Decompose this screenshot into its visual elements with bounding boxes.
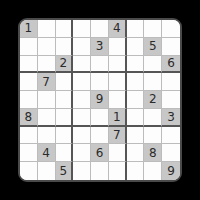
- cell-r5c1[interactable]: [20, 91, 38, 109]
- cell-r1c4[interactable]: [73, 20, 91, 38]
- cell-r1c7[interactable]: [127, 20, 145, 38]
- cell-r4c6[interactable]: [109, 73, 127, 91]
- cell-r3c6[interactable]: [109, 56, 127, 74]
- cell-r2c4[interactable]: [73, 38, 91, 56]
- cell-r9c6[interactable]: [109, 162, 127, 180]
- cell-r4c1[interactable]: [20, 73, 38, 91]
- cell-r9c9[interactable]: 9: [162, 162, 180, 180]
- cell-r8c6[interactable]: [109, 144, 127, 162]
- cell-r4c7[interactable]: [127, 73, 145, 91]
- cell-r8c1[interactable]: [20, 144, 38, 162]
- cell-r7c9[interactable]: [162, 127, 180, 145]
- cell-r9c7[interactable]: [127, 162, 145, 180]
- cell-r8c3[interactable]: [56, 144, 74, 162]
- cell-r5c3[interactable]: [56, 91, 74, 109]
- cell-r7c6[interactable]: 7: [109, 127, 127, 145]
- cell-r3c5[interactable]: [91, 56, 109, 74]
- cell-r7c2[interactable]: [38, 127, 56, 145]
- cell-r9c8[interactable]: [144, 162, 162, 180]
- page-background: 143526792813746859: [0, 0, 200, 200]
- cell-r8c4[interactable]: [73, 144, 91, 162]
- cell-r3c3[interactable]: 2: [56, 56, 74, 74]
- cell-r3c9[interactable]: 6: [162, 56, 180, 74]
- cell-r7c7[interactable]: [127, 127, 145, 145]
- cell-r6c5[interactable]: [91, 109, 109, 127]
- cell-r8c5[interactable]: 6: [91, 144, 109, 162]
- cell-r6c6[interactable]: 1: [109, 109, 127, 127]
- cell-r8c8[interactable]: 8: [144, 144, 162, 162]
- cell-r5c2[interactable]: [38, 91, 56, 109]
- cell-r2c8[interactable]: 5: [144, 38, 162, 56]
- cell-r6c1[interactable]: 8: [20, 109, 38, 127]
- cell-r7c5[interactable]: [91, 127, 109, 145]
- cell-r6c2[interactable]: [38, 109, 56, 127]
- sudoku-board: 143526792813746859: [18, 18, 182, 182]
- cell-r7c1[interactable]: [20, 127, 38, 145]
- cell-r2c3[interactable]: [56, 38, 74, 56]
- cell-r5c4[interactable]: [73, 91, 91, 109]
- cell-r3c4[interactable]: [73, 56, 91, 74]
- cell-r1c6[interactable]: 4: [109, 20, 127, 38]
- cell-r1c8[interactable]: [144, 20, 162, 38]
- cell-r4c2[interactable]: 7: [38, 73, 56, 91]
- cell-r6c8[interactable]: [144, 109, 162, 127]
- cell-r6c3[interactable]: [56, 109, 74, 127]
- cell-r1c1[interactable]: 1: [20, 20, 38, 38]
- cell-r1c2[interactable]: [38, 20, 56, 38]
- cell-r3c7[interactable]: [127, 56, 145, 74]
- cell-r9c1[interactable]: [20, 162, 38, 180]
- cell-r3c8[interactable]: [144, 56, 162, 74]
- cell-r8c2[interactable]: 4: [38, 144, 56, 162]
- cell-r6c7[interactable]: [127, 109, 145, 127]
- cell-r2c7[interactable]: [127, 38, 145, 56]
- cell-r7c8[interactable]: [144, 127, 162, 145]
- cell-r5c7[interactable]: [127, 91, 145, 109]
- cell-r5c9[interactable]: [162, 91, 180, 109]
- cell-r2c2[interactable]: [38, 38, 56, 56]
- cell-r7c4[interactable]: [73, 127, 91, 145]
- cell-r2c5[interactable]: 3: [91, 38, 109, 56]
- cell-r9c3[interactable]: 5: [56, 162, 74, 180]
- cell-r7c3[interactable]: [56, 127, 74, 145]
- cell-r2c9[interactable]: [162, 38, 180, 56]
- cell-r1c9[interactable]: [162, 20, 180, 38]
- cell-r2c6[interactable]: [109, 38, 127, 56]
- cell-r5c6[interactable]: [109, 91, 127, 109]
- cell-r3c2[interactable]: [38, 56, 56, 74]
- cell-r4c8[interactable]: [144, 73, 162, 91]
- cell-r1c3[interactable]: [56, 20, 74, 38]
- cell-r4c4[interactable]: [73, 73, 91, 91]
- cell-r8c9[interactable]: [162, 144, 180, 162]
- cell-r5c8[interactable]: 2: [144, 91, 162, 109]
- cell-r4c5[interactable]: [91, 73, 109, 91]
- cell-r1c5[interactable]: [91, 20, 109, 38]
- cell-r6c4[interactable]: [73, 109, 91, 127]
- cell-r9c5[interactable]: [91, 162, 109, 180]
- cell-r8c7[interactable]: [127, 144, 145, 162]
- cell-r5c5[interactable]: 9: [91, 91, 109, 109]
- cell-r4c9[interactable]: [162, 73, 180, 91]
- cell-r4c3[interactable]: [56, 73, 74, 91]
- cell-r9c4[interactable]: [73, 162, 91, 180]
- cell-r3c1[interactable]: [20, 56, 38, 74]
- cell-r2c1[interactable]: [20, 38, 38, 56]
- cell-r9c2[interactable]: [38, 162, 56, 180]
- cell-r6c9[interactable]: 3: [162, 109, 180, 127]
